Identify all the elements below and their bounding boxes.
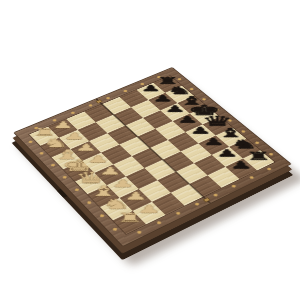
white-queen: ♛ [74, 170, 109, 186]
black-pawn: ♟ [152, 94, 173, 103]
square: ♛ [75, 173, 107, 194]
square: ♟ [133, 202, 166, 225]
square: ♟ [107, 177, 139, 198]
square [189, 175, 221, 196]
square [163, 151, 194, 171]
white-pawn: ♟ [111, 178, 135, 189]
square [194, 155, 225, 175]
square [157, 172, 189, 193]
square [208, 167, 240, 188]
black-pawn: ♟ [140, 84, 161, 93]
chess-board-frame: ♜♟♟♜♞♟♟♞♝♟♟♝♚♟♟♚♛♟♟♛♝♟♟♝♞♟♟♞♜♟♟♜ [13, 67, 292, 247]
square: ♜ [113, 211, 146, 234]
chess-set-product-photo: Wooden magnetic folding chess set, open … [0, 0, 300, 300]
square: ♟ [120, 189, 152, 211]
square: ♟ [225, 158, 257, 179]
square [132, 148, 163, 168]
white-knight: ♞ [101, 197, 131, 211]
white-pawn: ♟ [124, 190, 148, 201]
square [113, 156, 144, 176]
white-pawn: ♟ [137, 203, 161, 214]
square: ♞ [100, 198, 133, 220]
square: ♝ [87, 185, 119, 207]
photo-scene: ♜♟♟♜♞♟♟♞♝♟♟♝♚♟♟♚♛♟♟♛♝♟♟♝♞♟♟♞♜♟♟♜ [0, 0, 300, 300]
black-pawn: ♟ [202, 137, 225, 147]
white-pawn: ♟ [98, 166, 121, 176]
square: ♟ [212, 147, 243, 167]
square [152, 193, 185, 215]
square [171, 184, 203, 206]
white-rook: ♜ [116, 211, 143, 224]
square [126, 168, 158, 189]
square: ♟ [94, 164, 125, 185]
black-pawn: ♟ [229, 160, 253, 170]
black-pawn: ♟ [177, 115, 199, 124]
white-bishop: ♝ [88, 184, 120, 198]
black-pawn: ♟ [215, 148, 238, 158]
square [176, 163, 208, 184]
square [139, 180, 171, 202]
black-pawn: ♟ [164, 104, 186, 113]
square: ♚ [63, 161, 94, 182]
square [144, 160, 175, 181]
board-3d-wrapper: ♜♟♟♜♞♟♟♞♝♟♟♝♚♟♟♚♛♟♟♛♝♟♟♝♞♟♟♞♜♟♟♜ [13, 67, 292, 247]
black-pawn: ♟ [189, 126, 212, 135]
white-king: ♚ [60, 157, 98, 173]
